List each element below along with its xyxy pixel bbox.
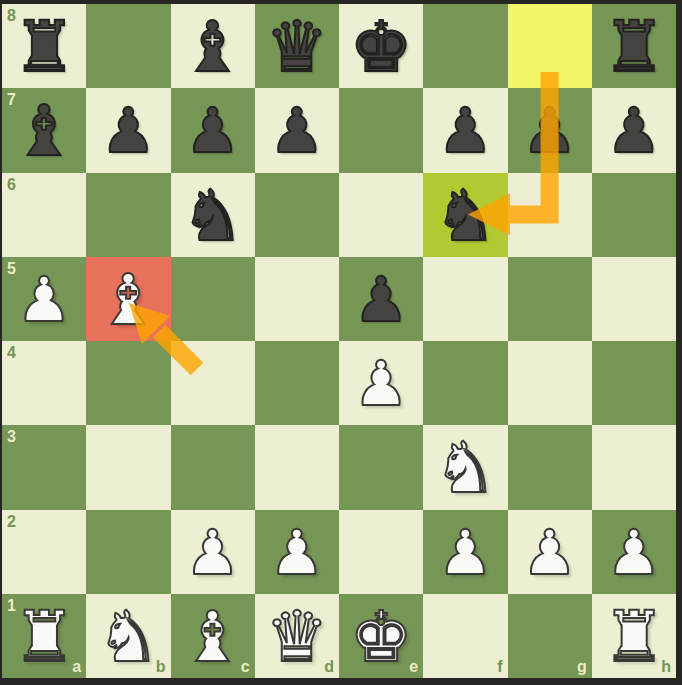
piece-black-rook-h8: ♜ <box>602 12 665 82</box>
rank-label-2: 2 <box>7 514 16 530</box>
square-a1[interactable]: 1a♜ <box>2 594 86 678</box>
piece-white-pawn-a5: ♟ <box>16 269 72 331</box>
square-b5[interactable]: ♝ <box>86 257 170 341</box>
piece-white-rook-a1: ♜ <box>13 602 76 672</box>
piece-white-king-e1: ♚ <box>350 602 413 672</box>
square-b8[interactable] <box>86 4 170 88</box>
square-h3[interactable] <box>592 425 676 509</box>
square-d5[interactable] <box>255 257 339 341</box>
square-e1[interactable]: e♚ <box>339 594 423 678</box>
piece-white-bishop-c1: ♝ <box>181 602 244 672</box>
chess-board: 8♜♝♛♚♜7♝♟♟♟♟♟♟6♞♞5♟♝♟4♟3♞2♟♟♟♟♟1a♜b♞c♝d♛… <box>2 4 676 678</box>
square-h8[interactable]: ♜ <box>592 4 676 88</box>
square-g1[interactable]: g <box>508 594 592 678</box>
rank-label-5: 5 <box>7 261 16 277</box>
piece-white-pawn-d2: ♟ <box>269 522 325 584</box>
rank-label-3: 3 <box>7 429 16 445</box>
piece-black-pawn-g7: ♟ <box>522 100 578 162</box>
piece-black-pawn-d7: ♟ <box>269 100 325 162</box>
square-c3[interactable] <box>171 425 255 509</box>
square-b1[interactable]: b♞ <box>86 594 170 678</box>
square-e6[interactable] <box>339 173 423 257</box>
square-d7[interactable]: ♟ <box>255 88 339 172</box>
rank-label-4: 4 <box>7 345 16 361</box>
square-f8[interactable] <box>423 4 507 88</box>
square-c2[interactable]: ♟ <box>171 510 255 594</box>
square-a8[interactable]: 8♜ <box>2 4 86 88</box>
square-e3[interactable] <box>339 425 423 509</box>
file-label-f: f <box>497 659 502 675</box>
piece-white-pawn-e4: ♟ <box>353 353 409 415</box>
square-a2[interactable]: 2 <box>2 510 86 594</box>
square-b2[interactable] <box>86 510 170 594</box>
square-g2[interactable]: ♟ <box>508 510 592 594</box>
square-d3[interactable] <box>255 425 339 509</box>
square-d1[interactable]: d♛ <box>255 594 339 678</box>
square-f5[interactable] <box>423 257 507 341</box>
square-h4[interactable] <box>592 341 676 425</box>
square-c8[interactable]: ♝ <box>171 4 255 88</box>
square-a3[interactable]: 3 <box>2 425 86 509</box>
piece-black-bishop-a7: ♝ <box>13 96 76 166</box>
square-g8[interactable] <box>508 4 592 88</box>
piece-white-pawn-g2: ♟ <box>522 522 578 584</box>
square-g4[interactable] <box>508 341 592 425</box>
piece-white-pawn-h2: ♟ <box>606 522 662 584</box>
piece-black-pawn-e5: ♟ <box>353 269 409 331</box>
square-c4[interactable] <box>171 341 255 425</box>
square-d4[interactable] <box>255 341 339 425</box>
square-e8[interactable]: ♚ <box>339 4 423 88</box>
square-f2[interactable]: ♟ <box>423 510 507 594</box>
square-h5[interactable] <box>592 257 676 341</box>
square-c7[interactable]: ♟ <box>171 88 255 172</box>
rank-label-6: 6 <box>7 177 16 193</box>
square-e7[interactable] <box>339 88 423 172</box>
square-d6[interactable] <box>255 173 339 257</box>
chess-app: 8♜♝♛♚♜7♝♟♟♟♟♟♟6♞♞5♟♝♟4♟3♞2♟♟♟♟♟1a♜b♞c♝d♛… <box>0 0 682 685</box>
piece-black-rook-a8: ♜ <box>13 12 76 82</box>
square-c6[interactable]: ♞ <box>171 173 255 257</box>
square-f4[interactable] <box>423 341 507 425</box>
square-b6[interactable] <box>86 173 170 257</box>
square-e4[interactable]: ♟ <box>339 341 423 425</box>
piece-black-bishop-c8: ♝ <box>181 12 244 82</box>
piece-white-knight-b1: ♞ <box>97 602 160 672</box>
square-a7[interactable]: 7♝ <box>2 88 86 172</box>
square-g3[interactable] <box>508 425 592 509</box>
piece-black-pawn-f7: ♟ <box>438 100 494 162</box>
square-b3[interactable] <box>86 425 170 509</box>
file-label-g: g <box>577 659 587 675</box>
square-g6[interactable] <box>508 173 592 257</box>
square-f7[interactable]: ♟ <box>423 88 507 172</box>
square-h6[interactable] <box>592 173 676 257</box>
piece-black-knight-c6: ♞ <box>181 181 244 251</box>
square-b4[interactable] <box>86 341 170 425</box>
square-g7[interactable]: ♟ <box>508 88 592 172</box>
piece-black-pawn-h7: ♟ <box>606 100 662 162</box>
square-a5[interactable]: 5♟ <box>2 257 86 341</box>
square-e5[interactable]: ♟ <box>339 257 423 341</box>
square-e2[interactable] <box>339 510 423 594</box>
piece-white-pawn-c2: ♟ <box>185 522 241 584</box>
square-g5[interactable] <box>508 257 592 341</box>
square-c5[interactable] <box>171 257 255 341</box>
square-a4[interactable]: 4 <box>2 341 86 425</box>
square-h2[interactable]: ♟ <box>592 510 676 594</box>
piece-black-king-e8: ♚ <box>350 12 413 82</box>
square-f3[interactable]: ♞ <box>423 425 507 509</box>
piece-black-knight-f6: ♞ <box>434 181 497 251</box>
square-b7[interactable]: ♟ <box>86 88 170 172</box>
piece-white-rook-h1: ♜ <box>602 602 665 672</box>
piece-white-bishop-b5: ♝ <box>97 265 160 335</box>
square-d8[interactable]: ♛ <box>255 4 339 88</box>
piece-black-pawn-b7: ♟ <box>101 100 157 162</box>
piece-white-queen-d1: ♛ <box>265 602 328 672</box>
piece-black-queen-d8: ♛ <box>265 12 328 82</box>
square-c1[interactable]: c♝ <box>171 594 255 678</box>
piece-black-pawn-c7: ♟ <box>185 100 241 162</box>
square-f6[interactable]: ♞ <box>423 173 507 257</box>
square-d2[interactable]: ♟ <box>255 510 339 594</box>
square-f1[interactable]: f <box>423 594 507 678</box>
square-h1[interactable]: h♜ <box>592 594 676 678</box>
piece-white-pawn-f2: ♟ <box>438 522 494 584</box>
square-h7[interactable]: ♟ <box>592 88 676 172</box>
square-a6[interactable]: 6 <box>2 173 86 257</box>
piece-white-knight-f3: ♞ <box>434 433 497 503</box>
